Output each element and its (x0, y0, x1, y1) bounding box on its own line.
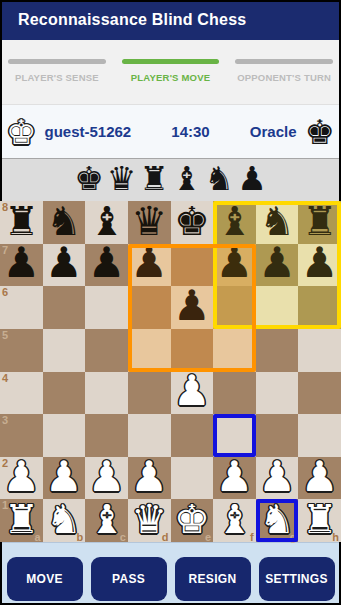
black-king: ♚ (174, 201, 210, 241)
white-pawn: ♟ (258, 456, 296, 498)
square-g8[interactable]: ♞ (256, 201, 299, 244)
square-h4[interactable] (298, 372, 341, 415)
black-bishop: ♝ (217, 201, 253, 241)
square-d3[interactable] (128, 414, 171, 457)
square-e2[interactable] (171, 457, 214, 500)
black-pawn: ♟ (45, 242, 83, 284)
black-rook[interactable]: ♜ (139, 162, 169, 195)
players-clock-row: ♚ guest-51262 14:30 Oracle ♚ (0, 104, 341, 158)
square-g5[interactable] (256, 329, 299, 372)
black-pawn: ♟ (88, 242, 126, 284)
tab-indicator-bar (235, 59, 333, 64)
file-label-c: c (120, 531, 126, 543)
tab-label: OPPONENT'S TURN (237, 72, 331, 83)
white-player-name: guest-51262 (44, 123, 131, 140)
tab-players-move[interactable]: PLAYER'S MOVE (114, 40, 228, 104)
board-area: 8♜♞♝♛♚♝♞♜7♟♟♟♟♟♟♟6♟54♟32♟♟♟♟♟♟♟1a♜b♞c♝d♛… (0, 201, 341, 542)
square-e6[interactable]: ♟ (171, 286, 214, 329)
black-pawn: ♟ (301, 242, 339, 284)
square-b5[interactable] (43, 329, 86, 372)
tab-indicator-bar (8, 59, 106, 64)
tab-opponents-turn[interactable]: OPPONENT'S TURN (227, 40, 341, 104)
square-d7[interactable]: ♟ (128, 244, 171, 287)
square-a1[interactable]: 1a♜ (0, 499, 43, 542)
square-c6[interactable] (85, 286, 128, 329)
square-c7[interactable]: ♟ (85, 244, 128, 287)
black-pawn: ♟ (173, 285, 211, 327)
square-a4[interactable]: 4 (0, 372, 43, 415)
square-a5[interactable]: 5 (0, 329, 43, 372)
file-label-b: b (77, 531, 84, 543)
file-label-a: a (35, 531, 41, 543)
file-label-g: g (290, 531, 297, 543)
square-a3[interactable]: 3 (0, 414, 43, 457)
game-clock: 14:30 (171, 123, 209, 140)
square-e4[interactable]: ♟ (171, 372, 214, 415)
black-knight[interactable]: ♞ (205, 162, 235, 195)
black-king-icon: ♚ (305, 115, 335, 149)
white-pawn: ♟ (130, 456, 168, 498)
white-pawn: ♟ (2, 456, 40, 498)
square-a7[interactable]: 7♟ (0, 244, 43, 287)
square-h6[interactable] (298, 286, 341, 329)
black-pawn: ♟ (258, 242, 296, 284)
square-e3[interactable] (171, 414, 214, 457)
file-label-e: e (205, 531, 211, 543)
tab-label: PLAYER'S SENSE (15, 72, 99, 83)
square-c4[interactable] (85, 372, 128, 415)
square-f8[interactable]: ♝ (213, 201, 256, 244)
square-a8[interactable]: 8♜ (0, 201, 43, 244)
square-d6[interactable] (128, 286, 171, 329)
black-pawn: ♟ (130, 242, 168, 284)
black-knight: ♞ (259, 201, 295, 241)
rank-label-3: 3 (2, 414, 8, 426)
resign-button[interactable]: RESIGN (175, 557, 251, 601)
black-bishop: ♝ (89, 201, 125, 241)
square-b2[interactable]: ♟ (43, 457, 86, 500)
square-h2[interactable]: ♟ (298, 457, 341, 500)
square-d5[interactable] (128, 329, 171, 372)
chess-board: 8♜♞♝♛♚♝♞♜7♟♟♟♟♟♟♟6♟54♟32♟♟♟♟♟♟♟1a♜b♞c♝d♛… (0, 201, 341, 542)
square-f2[interactable]: ♟ (213, 457, 256, 500)
tab-players-sense[interactable]: PLAYER'S SENSE (0, 40, 114, 104)
square-a2[interactable]: 2♟ (0, 457, 43, 500)
square-c8[interactable]: ♝ (85, 201, 128, 244)
black-queen[interactable]: ♛ (107, 162, 137, 195)
square-d1[interactable]: d♛ (128, 499, 171, 542)
white-bishop: ♝ (217, 499, 253, 539)
rank-label-4: 4 (2, 372, 8, 384)
square-c5[interactable] (85, 329, 128, 372)
white-pawn: ♟ (216, 456, 254, 498)
action-bar: MOVE PASS RESIGN SETTINGS (0, 542, 341, 605)
square-b3[interactable] (43, 414, 86, 457)
black-pawn: ♟ (216, 242, 254, 284)
square-b8[interactable]: ♞ (43, 201, 86, 244)
square-h3[interactable] (298, 414, 341, 457)
black-pawn: ♟ (2, 242, 40, 284)
square-b1[interactable]: b♞ (43, 499, 86, 542)
square-g4[interactable] (256, 372, 299, 415)
rank-label-7: 7 (2, 244, 8, 256)
black-pawn[interactable]: ♟ (237, 162, 267, 195)
square-f5[interactable] (213, 329, 256, 372)
square-c3[interactable] (85, 414, 128, 457)
square-g2[interactable]: ♟ (256, 457, 299, 500)
black-player-name: Oracle (250, 123, 297, 140)
square-f7[interactable]: ♟ (213, 244, 256, 287)
square-h5[interactable] (298, 329, 341, 372)
square-d2[interactable]: ♟ (128, 457, 171, 500)
black-king[interactable]: ♚ (74, 162, 104, 195)
square-e7[interactable] (171, 244, 214, 287)
black-rook: ♜ (3, 201, 39, 241)
square-a6[interactable]: 6 (0, 286, 43, 329)
square-f4[interactable] (213, 372, 256, 415)
square-b6[interactable] (43, 286, 86, 329)
square-g1[interactable]: g♞ (256, 499, 299, 542)
black-rook: ♜ (302, 201, 338, 241)
square-h1[interactable]: h♜ (298, 499, 341, 542)
rank-label-1: 1 (2, 499, 8, 511)
square-f3[interactable] (213, 414, 256, 457)
move-button[interactable]: MOVE (7, 557, 83, 601)
square-h7[interactable]: ♟ (298, 244, 341, 287)
captured-pieces-tray: ♚♛♜♝♞♟ (0, 158, 341, 201)
square-b4[interactable] (43, 372, 86, 415)
square-c1[interactable]: c♝ (85, 499, 128, 542)
square-f1[interactable]: f♝ (213, 499, 256, 542)
tab-indicator-bar-active (122, 59, 220, 64)
square-d4[interactable] (128, 372, 171, 415)
white-pawn: ♟ (88, 456, 126, 498)
tab-label: PLAYER'S MOVE (131, 72, 210, 83)
black-knight: ♞ (46, 201, 82, 241)
square-c2[interactable]: ♟ (85, 457, 128, 500)
white-king-icon: ♚ (6, 115, 36, 149)
settings-button[interactable]: SETTINGS (259, 557, 335, 601)
white-pawn: ♟ (45, 456, 83, 498)
square-g7[interactable]: ♟ (256, 244, 299, 287)
square-e1[interactable]: e♚ (171, 499, 214, 542)
page-title: Reconnaissance Blind Chess (18, 11, 246, 29)
black-bishop[interactable]: ♝ (172, 162, 202, 195)
square-b7[interactable]: ♟ (43, 244, 86, 287)
square-e8[interactable]: ♚ (171, 201, 214, 244)
rank-label-5: 5 (2, 329, 8, 341)
rank-label-2: 2 (2, 457, 8, 469)
square-g6[interactable] (256, 286, 299, 329)
white-pawn: ♟ (301, 456, 339, 498)
app-screen: Reconnaissance Blind Chess PLAYER'S SENS… (0, 0, 341, 605)
white-pawn: ♟ (173, 370, 211, 412)
file-label-f: f (250, 531, 254, 543)
square-g3[interactable] (256, 414, 299, 457)
file-label-d: d (162, 531, 169, 543)
square-h8[interactable]: ♜ (298, 201, 341, 244)
black-queen: ♛ (131, 201, 167, 241)
square-d8[interactable]: ♛ (128, 201, 171, 244)
phase-tabs: PLAYER'S SENSE PLAYER'S MOVE OPPONENT'S … (0, 40, 341, 104)
file-label-h: h (332, 531, 339, 543)
rank-label-6: 6 (2, 286, 8, 298)
square-f6[interactable] (213, 286, 256, 329)
square-e5[interactable] (171, 329, 214, 372)
pass-button[interactable]: PASS (91, 557, 167, 601)
rank-label-8: 8 (2, 201, 8, 213)
app-header: Reconnaissance Blind Chess (0, 0, 341, 40)
